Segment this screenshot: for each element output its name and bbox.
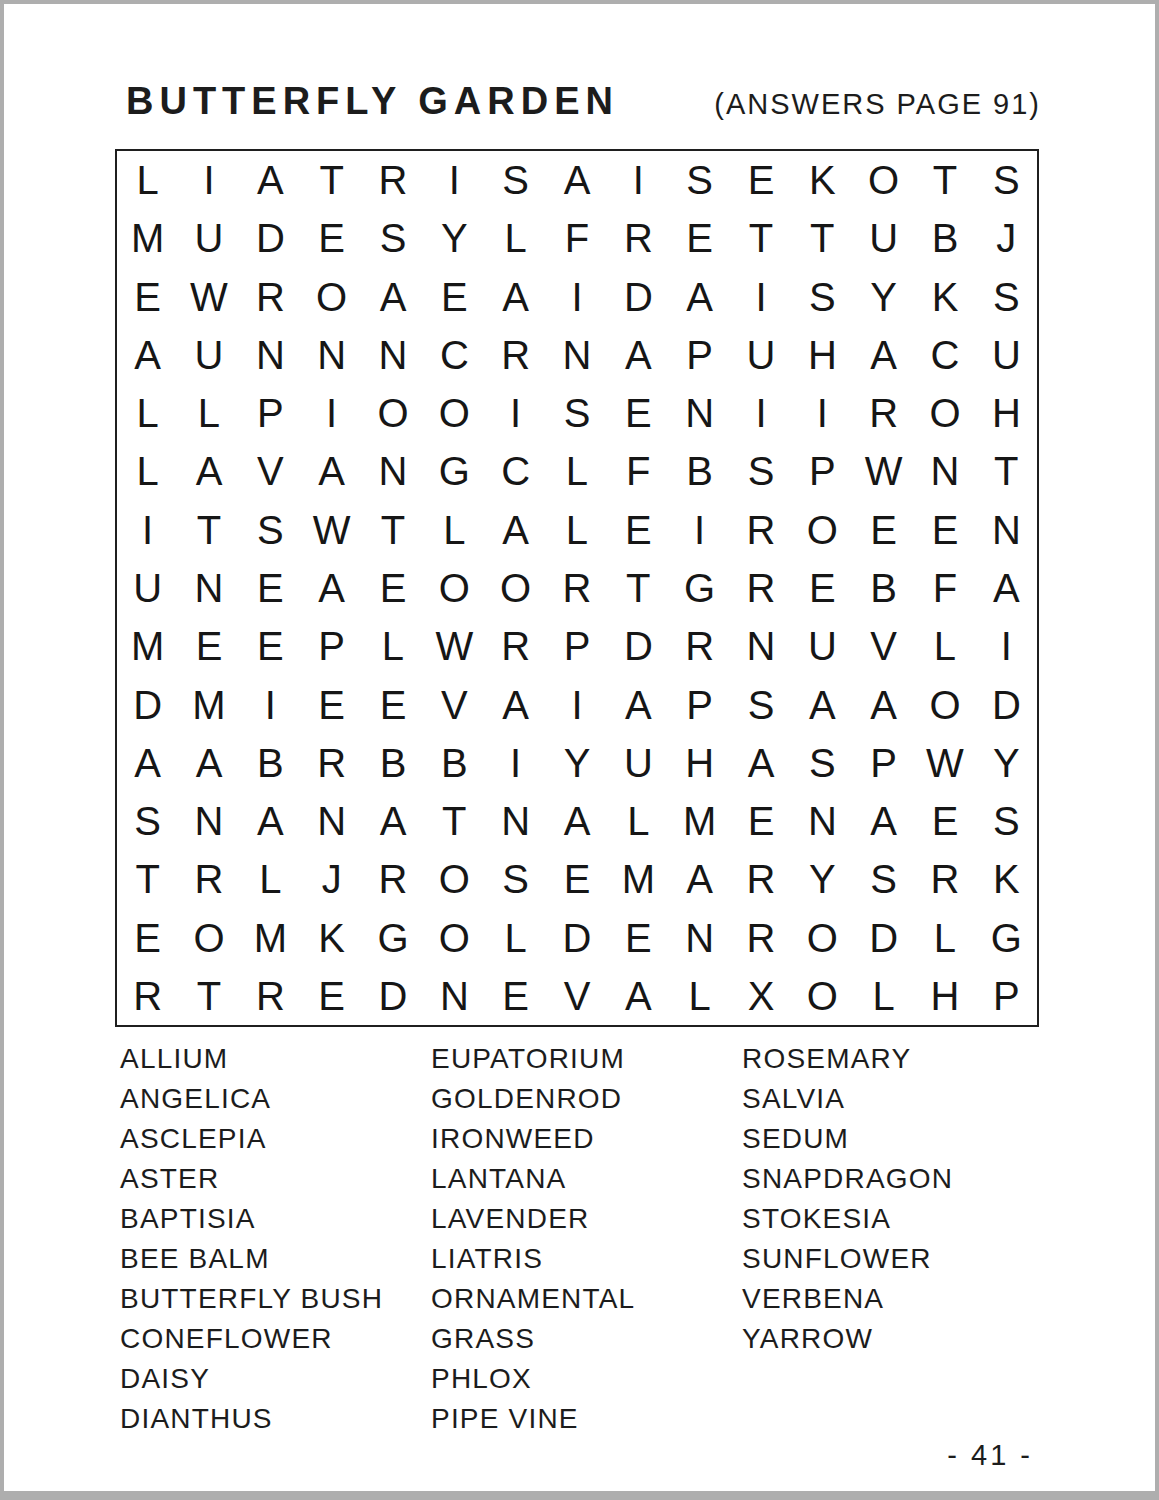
grid-cell: U: [730, 326, 791, 384]
grid-cell: U: [976, 326, 1037, 384]
grid-cell: A: [301, 559, 362, 617]
grid-cell: A: [301, 442, 362, 500]
grid-cell: L: [485, 209, 546, 267]
grid-cell: W: [853, 442, 914, 500]
word-list-item: SNAPDRAGON: [742, 1159, 953, 1199]
grid-cell: A: [669, 850, 730, 908]
grid-cell: V: [853, 617, 914, 675]
grid-cell: B: [914, 209, 975, 267]
grid-cell: L: [485, 908, 546, 966]
grid-cell: O: [424, 908, 485, 966]
grid-cell: C: [914, 326, 975, 384]
word-list-item: PHLOX: [431, 1359, 742, 1399]
grid-cell: I: [669, 501, 730, 559]
grid-cell: L: [117, 151, 178, 209]
grid-cell: L: [546, 501, 607, 559]
grid-cell: S: [485, 850, 546, 908]
word-list-item: ROSEMARY: [742, 1039, 953, 1079]
grid-cell: U: [178, 326, 239, 384]
grid-cell: O: [914, 675, 975, 733]
answers-page-note: (ANSWERS PAGE 91): [714, 88, 1041, 121]
grid-cell: Y: [546, 734, 607, 792]
grid-cell: R: [485, 326, 546, 384]
grid-cell: L: [178, 384, 239, 442]
grid-cell: A: [546, 151, 607, 209]
grid-cell: T: [424, 792, 485, 850]
grid-cell: N: [424, 967, 485, 1025]
word-grid: LIATRISAISEKOTSMUDESYLFRETTUBJEWROAEAIDA…: [115, 149, 1039, 1027]
grid-cell: A: [730, 734, 791, 792]
grid-cell: O: [424, 850, 485, 908]
grid-cell: E: [608, 908, 669, 966]
grid-cell: N: [362, 326, 423, 384]
grid-cell: A: [240, 792, 301, 850]
grid-cell: M: [117, 617, 178, 675]
grid-cell: A: [608, 967, 669, 1025]
grid-cell: O: [792, 908, 853, 966]
grid-cell: F: [546, 209, 607, 267]
grid-cell: E: [853, 501, 914, 559]
grid-cell: T: [914, 151, 975, 209]
grid-cell: I: [240, 675, 301, 733]
grid-cell: R: [730, 850, 791, 908]
grid-cell: O: [792, 501, 853, 559]
grid-cell: I: [301, 384, 362, 442]
grid-cell: N: [914, 442, 975, 500]
grid-cell: E: [240, 559, 301, 617]
grid-cell: S: [976, 268, 1037, 326]
grid-cell: G: [669, 559, 730, 617]
grid-cell: N: [792, 792, 853, 850]
word-list-item: PIPE VINE: [431, 1399, 742, 1439]
grid-cell: R: [117, 967, 178, 1025]
grid-cell: M: [669, 792, 730, 850]
grid-cell: E: [178, 617, 239, 675]
grid-cell: E: [792, 559, 853, 617]
grid-cell: V: [424, 675, 485, 733]
grid-cell: R: [362, 151, 423, 209]
word-list-item: VERBENA: [742, 1279, 953, 1319]
grid-cell: S: [976, 792, 1037, 850]
grid-cell: R: [362, 850, 423, 908]
grid-cell: E: [485, 967, 546, 1025]
grid-cell: L: [853, 967, 914, 1025]
grid-cell: A: [669, 268, 730, 326]
grid-cell: E: [301, 967, 362, 1025]
grid-cell: X: [730, 967, 791, 1025]
grid-cell: H: [669, 734, 730, 792]
grid-cell: N: [301, 792, 362, 850]
grid-cell: V: [240, 442, 301, 500]
word-list-item: EUPATORIUM: [431, 1039, 742, 1079]
grid-cell: A: [362, 268, 423, 326]
grid-cell: I: [546, 675, 607, 733]
grid-cell: R: [730, 908, 791, 966]
grid-cell: B: [240, 734, 301, 792]
page-title: BUTTERFLY GARDEN: [126, 80, 619, 123]
grid-cell: N: [178, 792, 239, 850]
word-list-item: IRONWEED: [431, 1119, 742, 1159]
word-list-item: DIANTHUS: [120, 1399, 431, 1439]
grid-cell: S: [362, 209, 423, 267]
grid-cell: Y: [976, 734, 1037, 792]
grid-cell: O: [301, 268, 362, 326]
grid-cell: K: [301, 908, 362, 966]
word-list-item: DAISY: [120, 1359, 431, 1399]
grid-cell: A: [608, 675, 669, 733]
word-list-item: ANGELICA: [120, 1079, 431, 1119]
grid-cell: A: [178, 734, 239, 792]
grid-cell: I: [424, 151, 485, 209]
grid-cell: E: [730, 792, 791, 850]
grid-cell: D: [608, 268, 669, 326]
grid-cell: N: [546, 326, 607, 384]
grid-cell: A: [485, 501, 546, 559]
word-list-column-2: EUPATORIUMGOLDENRODIRONWEEDLANTANALAVEND…: [431, 1039, 742, 1439]
grid-cell: I: [976, 617, 1037, 675]
grid-cell: B: [669, 442, 730, 500]
grid-cell: E: [669, 209, 730, 267]
grid-cell: A: [608, 326, 669, 384]
grid-cell: O: [485, 559, 546, 617]
grid-cell: M: [178, 675, 239, 733]
grid-cell: E: [608, 501, 669, 559]
grid-cell: A: [853, 675, 914, 733]
grid-cell: Y: [424, 209, 485, 267]
grid-cell: G: [362, 908, 423, 966]
word-list-item: ASTER: [120, 1159, 431, 1199]
page-number: - 41 -: [4, 1439, 1033, 1472]
grid-cell: E: [424, 268, 485, 326]
grid-cell: R: [546, 559, 607, 617]
grid-cell: L: [914, 908, 975, 966]
grid-cell: E: [301, 209, 362, 267]
grid-cell: E: [117, 268, 178, 326]
grid-cell: P: [240, 384, 301, 442]
grid-cell: E: [730, 151, 791, 209]
grid-cell: G: [424, 442, 485, 500]
grid-cell: O: [914, 384, 975, 442]
grid-cell: C: [485, 442, 546, 500]
grid-cell: E: [914, 501, 975, 559]
grid-cell: S: [730, 442, 791, 500]
grid-cell: R: [730, 559, 791, 617]
grid-cell: D: [976, 675, 1037, 733]
grid-cell: I: [730, 384, 791, 442]
grid-cell: P: [853, 734, 914, 792]
word-list-item: BAPTISIA: [120, 1199, 431, 1239]
grid-cell: U: [117, 559, 178, 617]
grid-cell: L: [546, 442, 607, 500]
grid-cell: A: [546, 792, 607, 850]
grid-cell: S: [546, 384, 607, 442]
grid-cell: D: [546, 908, 607, 966]
grid-cell: I: [178, 151, 239, 209]
grid-cell: S: [669, 151, 730, 209]
puzzle-page: { "game": "word-search", "page": { "titl…: [0, 0, 1159, 1500]
grid-cell: A: [178, 442, 239, 500]
grid-cell: T: [792, 209, 853, 267]
grid-cell: W: [424, 617, 485, 675]
grid-cell: K: [976, 850, 1037, 908]
header: BUTTERFLY GARDEN (ANSWERS PAGE 91): [126, 80, 1041, 123]
grid-cell: R: [240, 967, 301, 1025]
grid-cell: A: [117, 734, 178, 792]
word-list-item: LANTANA: [431, 1159, 742, 1199]
grid-cell: T: [117, 850, 178, 908]
grid-cell: D: [362, 967, 423, 1025]
grid-cell: J: [976, 209, 1037, 267]
grid-cell: E: [608, 384, 669, 442]
word-list-item: YARROW: [742, 1319, 953, 1359]
grid-cell: O: [178, 908, 239, 966]
word-list-item: ORNAMENTAL: [431, 1279, 742, 1319]
grid-cell: A: [362, 792, 423, 850]
word-list: ALLIUMANGELICAASCLEPIAASTERBAPTISIABEE B…: [120, 1039, 1155, 1439]
grid-cell: N: [669, 908, 730, 966]
grid-cell: L: [240, 850, 301, 908]
grid-cell: L: [117, 442, 178, 500]
grid-cell: H: [792, 326, 853, 384]
grid-cell: I: [117, 501, 178, 559]
grid-cell: L: [362, 617, 423, 675]
grid-cell: E: [301, 675, 362, 733]
grid-cell: E: [240, 617, 301, 675]
grid-cell: N: [976, 501, 1037, 559]
grid-cell: N: [485, 792, 546, 850]
grid-cell: U: [608, 734, 669, 792]
grid-cell: W: [914, 734, 975, 792]
grid-cell: A: [853, 792, 914, 850]
grid-cell: S: [792, 268, 853, 326]
grid-cell: H: [976, 384, 1037, 442]
grid-cell: L: [669, 967, 730, 1025]
grid-cell: W: [301, 501, 362, 559]
grid-cell: Y: [792, 850, 853, 908]
grid-cell: P: [301, 617, 362, 675]
grid-cell: U: [178, 209, 239, 267]
grid-cell: I: [730, 268, 791, 326]
grid-cell: C: [424, 326, 485, 384]
grid-cell: R: [240, 268, 301, 326]
grid-cell: H: [914, 967, 975, 1025]
grid-cell: R: [608, 209, 669, 267]
word-list-item: SUNFLOWER: [742, 1239, 953, 1279]
word-list-column-3: ROSEMARYSALVIASEDUMSNAPDRAGONSTOKESIASUN…: [742, 1039, 953, 1439]
grid-cell: U: [792, 617, 853, 675]
grid-cell: T: [178, 501, 239, 559]
grid-cell: R: [301, 734, 362, 792]
grid-cell: S: [792, 734, 853, 792]
grid-cell: T: [608, 559, 669, 617]
word-list-item: BUTTERFLY BUSH: [120, 1279, 431, 1319]
word-list-column-1: ALLIUMANGELICAASCLEPIAASTERBAPTISIABEE B…: [120, 1039, 431, 1439]
grid-cell: R: [669, 617, 730, 675]
word-list-item: ASCLEPIA: [120, 1119, 431, 1159]
word-list-item: GOLDENROD: [431, 1079, 742, 1119]
grid-cell: O: [424, 384, 485, 442]
grid-cell: P: [669, 326, 730, 384]
grid-cell: A: [485, 675, 546, 733]
grid-cell: E: [362, 559, 423, 617]
grid-cell: T: [730, 209, 791, 267]
word-list-item: BEE BALM: [120, 1239, 431, 1279]
grid-cell: D: [608, 617, 669, 675]
grid-cell: S: [976, 151, 1037, 209]
grid-cell: P: [792, 442, 853, 500]
word-list-item: SALVIA: [742, 1079, 953, 1119]
grid-cell: N: [362, 442, 423, 500]
word-list-item: LIATRIS: [431, 1239, 742, 1279]
grid-cell: P: [976, 967, 1037, 1025]
grid-cell: I: [485, 734, 546, 792]
grid-cell: L: [424, 501, 485, 559]
grid-cell: A: [240, 151, 301, 209]
grid-cell: A: [853, 326, 914, 384]
grid-cell: J: [301, 850, 362, 908]
grid-cell: T: [362, 501, 423, 559]
grid-cell: E: [914, 792, 975, 850]
grid-cell: R: [853, 384, 914, 442]
grid-cell: U: [853, 209, 914, 267]
grid-cell: R: [730, 501, 791, 559]
grid-cell: M: [608, 850, 669, 908]
grid-cell: O: [853, 151, 914, 209]
grid-cell: K: [792, 151, 853, 209]
grid-cell: R: [178, 850, 239, 908]
grid-cell: I: [546, 268, 607, 326]
grid-cell: N: [301, 326, 362, 384]
grid-cell: M: [240, 908, 301, 966]
grid-cell: I: [485, 384, 546, 442]
word-list-item: SEDUM: [742, 1119, 953, 1159]
grid-cell: O: [792, 967, 853, 1025]
grid-cell: P: [669, 675, 730, 733]
grid-cell: A: [976, 559, 1037, 617]
word-list-item: STOKESIA: [742, 1199, 953, 1239]
grid-cell: D: [853, 908, 914, 966]
grid-cell: L: [117, 384, 178, 442]
grid-cell: E: [362, 675, 423, 733]
grid-cell: T: [178, 967, 239, 1025]
grid-cell: R: [914, 850, 975, 908]
grid-cell: M: [117, 209, 178, 267]
grid-cell: L: [914, 617, 975, 675]
grid-cell: S: [730, 675, 791, 733]
grid-cell: T: [976, 442, 1037, 500]
grid-cell: D: [240, 209, 301, 267]
grid-cell: N: [730, 617, 791, 675]
grid-cell: B: [853, 559, 914, 617]
grid-cell: N: [669, 384, 730, 442]
grid-cell: I: [792, 384, 853, 442]
grid-cell: A: [792, 675, 853, 733]
grid-cell: G: [976, 908, 1037, 966]
grid-cell: B: [362, 734, 423, 792]
grid-cell: K: [914, 268, 975, 326]
grid-cell: F: [608, 442, 669, 500]
grid-cell: I: [608, 151, 669, 209]
grid-cell: T: [301, 151, 362, 209]
grid-cell: N: [178, 559, 239, 617]
grid-cell: Y: [853, 268, 914, 326]
word-list-item: ALLIUM: [120, 1039, 431, 1079]
grid-cell: A: [117, 326, 178, 384]
grid-cell: A: [485, 268, 546, 326]
grid-cell: S: [240, 501, 301, 559]
grid-cell: E: [117, 908, 178, 966]
word-list-item: LAVENDER: [431, 1199, 742, 1239]
grid-cell: D: [117, 675, 178, 733]
grid-cell: S: [117, 792, 178, 850]
grid-cell: S: [853, 850, 914, 908]
word-list-item: CONEFLOWER: [120, 1319, 431, 1359]
grid-cell: P: [546, 617, 607, 675]
grid-cell: W: [178, 268, 239, 326]
grid-cell: O: [424, 559, 485, 617]
grid-cell: E: [546, 850, 607, 908]
grid-cell: S: [485, 151, 546, 209]
grid-cell: V: [546, 967, 607, 1025]
grid-cell: R: [485, 617, 546, 675]
grid-cell: B: [424, 734, 485, 792]
grid-cell: O: [362, 384, 423, 442]
grid-cell: L: [608, 792, 669, 850]
grid-cell: N: [240, 326, 301, 384]
grid-cell: F: [914, 559, 975, 617]
word-list-item: GRASS: [431, 1319, 742, 1359]
